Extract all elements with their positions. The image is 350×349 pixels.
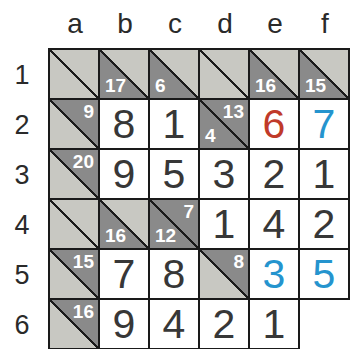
cell-f1: 15: [300, 50, 350, 100]
row-label-4: 4: [0, 200, 44, 250]
cell-e2[interactable]: 6: [250, 100, 300, 150]
across-clue-d2: 13: [223, 102, 244, 121]
cell-a4: [50, 200, 100, 250]
cell-a5: 15: [50, 250, 100, 300]
down-clue-c1: 6: [155, 76, 166, 95]
column-label-c: c: [150, 0, 200, 48]
across-clue-a3: 20: [73, 152, 94, 171]
down-clue-b1: 17: [105, 76, 126, 95]
down-clue-c4: 12: [155, 226, 176, 245]
row-label-5: 5: [0, 250, 44, 300]
cell-b1: 17: [100, 50, 150, 100]
cell-e4[interactable]: 4: [250, 200, 300, 250]
column-labels: abcdef: [50, 0, 350, 48]
cell-d2: 134: [200, 100, 250, 150]
kakuro-grid: 1761615981134672095321167121421578835169…: [48, 48, 350, 349]
row-label-2: 2: [0, 100, 44, 150]
cell-f2[interactable]: 7: [300, 100, 350, 150]
cell-b4: 16: [100, 200, 150, 250]
cell-d4[interactable]: 1: [200, 200, 250, 250]
across-clue-a5: 15: [73, 252, 94, 271]
cell-f3[interactable]: 1: [300, 150, 350, 200]
cell-a3: 20: [50, 150, 100, 200]
row-labels: 123456: [0, 50, 44, 349]
cell-d1: [200, 50, 250, 100]
cell-c2[interactable]: 1: [150, 100, 200, 150]
cell-f6: [300, 300, 350, 349]
cell-c3[interactable]: 5: [150, 150, 200, 200]
column-label-b: b: [100, 0, 150, 48]
cell-b2[interactable]: 8: [100, 100, 150, 150]
across-clue-c4: 7: [183, 202, 194, 221]
cell-b6[interactable]: 9: [100, 300, 150, 349]
across-clue-a2: 9: [83, 102, 94, 121]
cell-a1: [50, 50, 100, 100]
cell-e3[interactable]: 2: [250, 150, 300, 200]
column-label-a: a: [50, 0, 100, 48]
cell-c4: 712: [150, 200, 200, 250]
down-clue-f1: 15: [305, 76, 326, 95]
cell-a2: 9: [50, 100, 100, 150]
row-label-1: 1: [0, 50, 44, 100]
cell-c5[interactable]: 8: [150, 250, 200, 300]
cell-d3[interactable]: 3: [200, 150, 250, 200]
cell-c6[interactable]: 4: [150, 300, 200, 349]
cell-f5[interactable]: 5: [300, 250, 350, 300]
column-label-d: d: [200, 0, 250, 48]
cell-b5[interactable]: 7: [100, 250, 150, 300]
kakuro-puzzle: abcdef 123456 17616159811346720953211671…: [0, 0, 350, 349]
cell-c1: 6: [150, 50, 200, 100]
cell-b3[interactable]: 9: [100, 150, 150, 200]
down-clue-e1: 16: [255, 76, 276, 95]
cell-d6[interactable]: 2: [200, 300, 250, 349]
cell-a6: 16: [50, 300, 100, 349]
cell-d5: 8: [200, 250, 250, 300]
down-clue-b4: 16: [105, 226, 126, 245]
across-clue-d5: 8: [233, 252, 244, 271]
cell-e1: 16: [250, 50, 300, 100]
down-clue-d2: 4: [205, 126, 216, 145]
row-label-6: 6: [0, 300, 44, 349]
column-label-e: e: [250, 0, 300, 48]
cell-f4[interactable]: 2: [300, 200, 350, 250]
column-label-f: f: [300, 0, 350, 48]
cell-e5[interactable]: 3: [250, 250, 300, 300]
row-label-3: 3: [0, 150, 44, 200]
cell-e6[interactable]: 1: [250, 300, 300, 349]
across-clue-a6: 16: [73, 302, 94, 321]
